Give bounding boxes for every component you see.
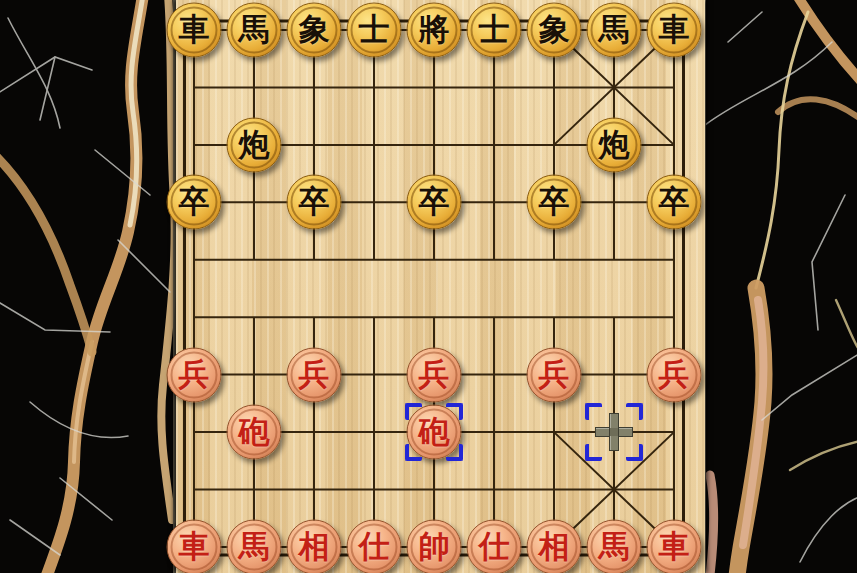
- piece-character: 馬: [239, 14, 270, 45]
- piece-black-horse[interactable]: 馬: [587, 3, 642, 58]
- piece-black-soldier[interactable]: 卒: [167, 175, 222, 230]
- piece-black-soldier[interactable]: 卒: [527, 175, 582, 230]
- piece-red-horse[interactable]: 馬: [227, 519, 282, 573]
- piece-red-elephant[interactable]: 相: [287, 519, 342, 573]
- piece-character: 兵: [659, 358, 690, 389]
- piece-character: 兵: [419, 358, 450, 389]
- piece-character: 象: [299, 14, 330, 45]
- piece-red-elephant[interactable]: 相: [527, 519, 582, 573]
- piece-red-soldier[interactable]: 兵: [647, 347, 702, 402]
- piece-character: 馬: [599, 14, 630, 45]
- piece-black-soldier[interactable]: 卒: [647, 175, 702, 230]
- piece-character: 砲: [419, 416, 450, 447]
- piece-character: 將: [419, 14, 450, 45]
- piece-character: 士: [479, 14, 510, 45]
- piece-red-advisor[interactable]: 仕: [347, 519, 402, 573]
- piece-character: 士: [359, 14, 390, 45]
- piece-character: 兵: [299, 358, 330, 389]
- piece-red-general[interactable]: 帥: [407, 519, 462, 573]
- piece-black-elephant[interactable]: 象: [527, 3, 582, 58]
- piece-black-advisor[interactable]: 士: [347, 3, 402, 58]
- piece-character: 炮: [599, 128, 630, 159]
- piece-character: 砲: [239, 416, 270, 447]
- piece-character: 象: [539, 14, 570, 45]
- piece-character: 馬: [599, 530, 630, 561]
- piece-character: 仕: [479, 530, 510, 561]
- piece-character: 卒: [659, 186, 690, 217]
- piece-black-cannon[interactable]: 炮: [587, 117, 642, 172]
- piece-red-cannon[interactable]: 砲: [407, 405, 462, 460]
- piece-red-horse[interactable]: 馬: [587, 519, 642, 573]
- piece-red-soldier[interactable]: 兵: [287, 347, 342, 402]
- piece-red-soldier[interactable]: 兵: [407, 347, 462, 402]
- piece-black-general[interactable]: 將: [407, 3, 462, 58]
- piece-black-horse[interactable]: 馬: [227, 3, 282, 58]
- piece-character: 車: [179, 14, 210, 45]
- piece-character: 車: [659, 530, 690, 561]
- piece-red-advisor[interactable]: 仕: [467, 519, 522, 573]
- piece-character: 卒: [299, 186, 330, 217]
- piece-black-chariot[interactable]: 車: [647, 3, 702, 58]
- piece-character: 兵: [539, 358, 570, 389]
- piece-character: 帥: [419, 530, 450, 561]
- piece-character: 車: [659, 14, 690, 45]
- game-stage: 車馬象士將士象馬車炮炮卒卒卒卒卒兵兵兵兵兵砲砲車馬相仕帥仕相馬車: [0, 0, 857, 573]
- piece-red-cannon[interactable]: 砲: [227, 405, 282, 460]
- piece-black-chariot[interactable]: 車: [167, 3, 222, 58]
- piece-character: 卒: [539, 186, 570, 217]
- piece-character: 馬: [239, 530, 270, 561]
- piece-black-soldier[interactable]: 卒: [407, 175, 462, 230]
- piece-red-chariot[interactable]: 車: [167, 519, 222, 573]
- piece-character: 炮: [239, 128, 270, 159]
- board-grid: [176, 0, 705, 573]
- piece-red-soldier[interactable]: 兵: [167, 347, 222, 402]
- piece-black-soldier[interactable]: 卒: [287, 175, 342, 230]
- piece-character: 相: [299, 530, 330, 561]
- piece-character: 兵: [179, 358, 210, 389]
- piece-character: 車: [179, 530, 210, 561]
- piece-character: 仕: [359, 530, 390, 561]
- piece-character: 卒: [419, 186, 450, 217]
- xiangqi-board[interactable]: 車馬象士將士象馬車炮炮卒卒卒卒卒兵兵兵兵兵砲砲車馬相仕帥仕相馬車: [176, 0, 705, 573]
- piece-black-advisor[interactable]: 士: [467, 3, 522, 58]
- piece-character: 相: [539, 530, 570, 561]
- piece-red-chariot[interactable]: 車: [647, 519, 702, 573]
- piece-red-soldier[interactable]: 兵: [527, 347, 582, 402]
- piece-character: 卒: [179, 186, 210, 217]
- piece-black-cannon[interactable]: 炮: [227, 117, 282, 172]
- piece-black-elephant[interactable]: 象: [287, 3, 342, 58]
